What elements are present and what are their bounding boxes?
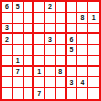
sudoku-cell-r6c6[interactable] [56, 56, 67, 67]
sudoku-cell-r6c4[interactable] [34, 56, 45, 67]
sudoku-cell-r6c9[interactable] [88, 56, 99, 67]
sudoku-cell-r2c8[interactable]: 8 [77, 13, 88, 24]
sudoku-cell-r7c3[interactable] [24, 67, 35, 78]
sudoku-cell-r4c3[interactable] [24, 34, 35, 45]
sudoku-cell-r6c3[interactable] [24, 56, 35, 67]
sudoku-cell-r2c7[interactable] [67, 13, 78, 24]
sudoku-cell-r1c9[interactable] [88, 2, 99, 13]
sudoku-cell-r9c7[interactable] [67, 88, 78, 99]
sudoku-cell-r2c6[interactable] [56, 13, 67, 24]
sudoku-cell-r5c4[interactable] [34, 45, 45, 56]
sudoku-cell-r4c7[interactable]: 6 [67, 34, 78, 45]
sudoku-cell-r6c5[interactable] [45, 56, 56, 67]
sudoku-cell-r1c4[interactable] [34, 2, 45, 13]
sudoku-cell-r2c9[interactable]: 1 [88, 13, 99, 24]
sudoku-cell-r7c2[interactable]: 7 [13, 67, 24, 78]
sudoku-cell-r5c1[interactable] [2, 45, 13, 56]
sudoku-cell-r9c1[interactable] [2, 88, 13, 99]
sudoku-cell-r9c6[interactable] [56, 88, 67, 99]
sudoku-cell-r7c1[interactable] [2, 67, 13, 78]
sudoku-cell-r7c9[interactable] [88, 67, 99, 78]
sudoku-cell-r9c9[interactable] [88, 88, 99, 99]
sudoku-cell-r9c8[interactable] [77, 88, 88, 99]
sudoku-cell-r4c4[interactable] [34, 34, 45, 45]
sudoku-cell-r5c5[interactable] [45, 45, 56, 56]
sudoku-cell-r4c6[interactable] [56, 34, 67, 45]
sudoku-cell-r1c3[interactable] [24, 2, 35, 13]
sudoku-cell-r5c8[interactable] [77, 45, 88, 56]
sudoku-cell-r1c7[interactable] [67, 2, 78, 13]
sudoku-cell-r8c4[interactable] [34, 77, 45, 88]
sudoku-cell-r3c3[interactable] [24, 24, 35, 35]
sudoku-cell-r8c8[interactable]: 4 [77, 77, 88, 88]
sudoku-cell-r5c6[interactable] [56, 45, 67, 56]
sudoku-cell-r1c5[interactable]: 2 [45, 2, 56, 13]
sudoku-cell-r4c1[interactable]: 2 [2, 34, 13, 45]
sudoku-cell-r6c8[interactable] [77, 56, 88, 67]
sudoku-cell-r5c9[interactable] [88, 45, 99, 56]
sudoku-cell-r9c5[interactable] [45, 88, 56, 99]
sudoku-cell-r1c2[interactable]: 5 [13, 2, 24, 13]
sudoku-cell-r4c8[interactable] [77, 34, 88, 45]
sudoku-cell-r3c2[interactable] [13, 24, 24, 35]
sudoku-cell-r9c4[interactable]: 7 [34, 88, 45, 99]
sudoku-cell-r3c5[interactable] [45, 24, 56, 35]
sudoku-cell-r6c1[interactable] [2, 56, 13, 67]
sudoku-cell-r3c7[interactable] [67, 24, 78, 35]
sudoku-cell-r3c4[interactable] [34, 24, 45, 35]
sudoku-cell-r2c2[interactable] [13, 13, 24, 24]
sudoku-cell-r3c6[interactable] [56, 24, 67, 35]
sudoku-board: 65281323651718347 [0, 0, 101, 101]
sudoku-cell-r8c9[interactable] [88, 77, 99, 88]
sudoku-cell-r2c4[interactable] [34, 13, 45, 24]
sudoku-cell-r6c2[interactable]: 1 [13, 56, 24, 67]
sudoku-cell-r9c2[interactable] [13, 88, 24, 99]
sudoku-cell-r8c3[interactable] [24, 77, 35, 88]
sudoku-cell-r7c8[interactable] [77, 67, 88, 78]
sudoku-cell-r8c7[interactable]: 3 [67, 77, 78, 88]
sudoku-cell-r8c1[interactable] [2, 77, 13, 88]
sudoku-cell-r5c2[interactable] [13, 45, 24, 56]
sudoku-cell-r7c4[interactable]: 1 [34, 67, 45, 78]
sudoku-cell-r7c6[interactable]: 8 [56, 67, 67, 78]
sudoku-cell-r3c9[interactable] [88, 24, 99, 35]
sudoku-cell-r3c8[interactable] [77, 24, 88, 35]
sudoku-cell-r7c7[interactable] [67, 67, 78, 78]
sudoku-cell-r6c7[interactable] [67, 56, 78, 67]
sudoku-cell-r4c5[interactable]: 3 [45, 34, 56, 45]
sudoku-cell-r1c6[interactable] [56, 2, 67, 13]
sudoku-cell-r8c5[interactable] [45, 77, 56, 88]
sudoku-cell-r2c5[interactable] [45, 13, 56, 24]
sudoku-cell-r7c5[interactable] [45, 67, 56, 78]
sudoku-cell-r1c8[interactable] [77, 2, 88, 13]
sudoku-cell-r4c2[interactable] [13, 34, 24, 45]
sudoku-cell-r4c9[interactable] [88, 34, 99, 45]
sudoku-cell-r3c1[interactable]: 3 [2, 24, 13, 35]
sudoku-cell-r1c1[interactable]: 6 [2, 2, 13, 13]
sudoku-cell-r5c7[interactable]: 5 [67, 45, 78, 56]
sudoku-cell-r2c1[interactable] [2, 13, 13, 24]
sudoku-cell-r5c3[interactable] [24, 45, 35, 56]
sudoku-cell-r8c6[interactable] [56, 77, 67, 88]
sudoku-cell-r2c3[interactable] [24, 13, 35, 24]
sudoku-cell-r8c2[interactable] [13, 77, 24, 88]
sudoku-cell-r9c3[interactable] [24, 88, 35, 99]
